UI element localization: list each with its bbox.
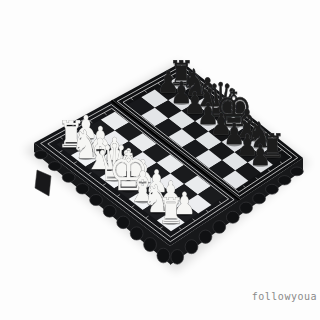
chess-piece-white-r: ♜ <box>158 190 184 231</box>
product-photo: ♜♟♞♟♝♟♛♟♚♟♝♟♟♜♞♟♟♜♞♟♟♝♟♛♟♚♟♝♟♞♟♜ followy… <box>0 0 320 320</box>
board-photo-svg: ♜♟♞♟♝♟♛♟♚♟♝♟♟♜♞♟♟♜♞♟♟♝♟♛♟♚♟♝♟♞♟♜ <box>0 0 320 320</box>
watermark: followyoua <box>252 291 317 302</box>
board-latch <box>35 170 51 196</box>
chess-piece-black-p: ♟ <box>250 138 272 172</box>
